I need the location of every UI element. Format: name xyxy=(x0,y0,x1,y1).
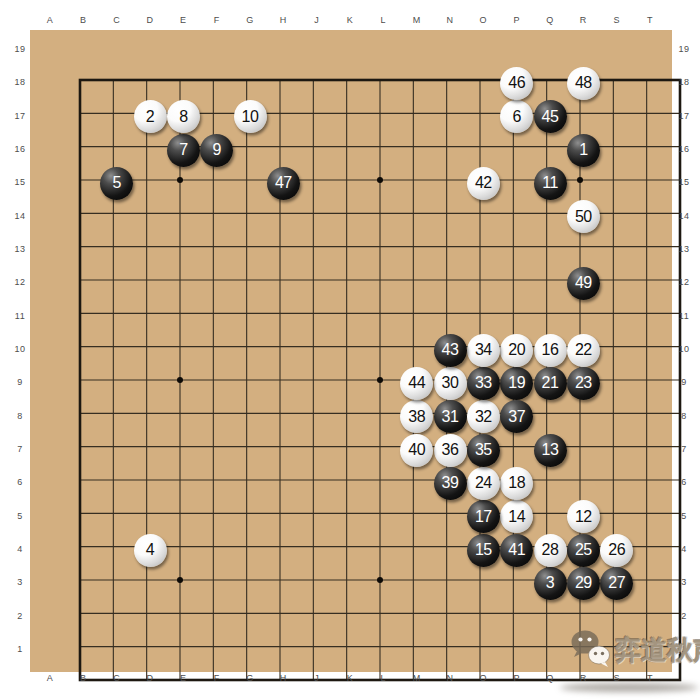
stone-black-5-C15: 5 xyxy=(100,167,133,200)
column-label-K: K xyxy=(335,15,365,26)
star-point xyxy=(177,177,183,183)
row-label-11: 11 xyxy=(5,311,35,322)
row-label-14: 14 xyxy=(669,211,699,222)
stone-black-35-O7: 35 xyxy=(467,434,500,467)
move-number: 46 xyxy=(508,74,525,92)
row-label-2: 2 xyxy=(669,611,699,622)
stone-black-33-O9: 33 xyxy=(467,367,500,400)
move-number: 4 xyxy=(146,541,154,559)
stone-black-1-R16: 1 xyxy=(567,134,600,167)
column-label-Q: Q xyxy=(535,15,565,26)
move-number: 16 xyxy=(542,341,559,359)
row-label-17: 17 xyxy=(5,111,35,122)
star-point xyxy=(377,177,383,183)
move-number: 21 xyxy=(542,374,559,392)
move-number: 28 xyxy=(542,541,559,559)
star-point xyxy=(377,577,383,583)
stone-white-2-D17: 2 xyxy=(134,100,167,133)
row-label-11: 11 xyxy=(669,311,699,322)
row-label-4: 4 xyxy=(669,544,699,555)
move-number: 13 xyxy=(542,441,559,459)
row-label-5: 5 xyxy=(5,511,35,522)
move-number: 31 xyxy=(442,407,459,425)
move-number: 36 xyxy=(442,441,459,459)
column-label-H: H xyxy=(268,673,298,684)
move-number: 22 xyxy=(575,341,592,359)
stone-black-9-F16: 9 xyxy=(200,134,233,167)
move-number: 29 xyxy=(575,574,592,592)
stone-black-41-P4: 41 xyxy=(500,534,533,567)
stone-white-50-R14: 50 xyxy=(567,200,600,233)
column-label-D: D xyxy=(135,15,165,26)
stone-white-12-R5: 12 xyxy=(567,500,600,533)
row-label-2: 2 xyxy=(5,611,35,622)
move-number: 44 xyxy=(408,374,425,392)
row-label-15: 15 xyxy=(5,177,35,188)
column-label-D: D xyxy=(135,673,165,684)
stone-black-29-R3: 29 xyxy=(567,567,600,600)
stone-white-22-R10: 22 xyxy=(567,334,600,367)
stone-black-13-Q7: 13 xyxy=(534,434,567,467)
move-number: 15 xyxy=(475,541,492,559)
row-label-3: 3 xyxy=(669,577,699,588)
stone-white-16-Q10: 16 xyxy=(534,334,567,367)
column-label-J: J xyxy=(302,15,332,26)
column-label-F: F xyxy=(202,673,232,684)
move-number: 20 xyxy=(508,341,525,359)
column-label-K: K xyxy=(335,673,365,684)
stone-black-19-P9: 19 xyxy=(500,367,533,400)
row-label-5: 5 xyxy=(669,511,699,522)
stone-white-24-O6: 24 xyxy=(467,467,500,500)
stone-white-26-S4: 26 xyxy=(600,534,633,567)
stone-black-45-Q17: 45 xyxy=(534,100,567,133)
row-label-10: 10 xyxy=(5,344,35,355)
column-label-L: L xyxy=(368,673,398,684)
row-label-3: 3 xyxy=(5,577,35,588)
move-number: 48 xyxy=(575,74,592,92)
move-number: 5 xyxy=(112,174,120,192)
row-label-17: 17 xyxy=(669,111,699,122)
move-number: 11 xyxy=(542,174,558,192)
row-label-9: 9 xyxy=(669,377,699,388)
move-number: 45 xyxy=(542,107,559,125)
stone-white-42-O15: 42 xyxy=(467,167,500,200)
stone-black-23-R9: 23 xyxy=(567,367,600,400)
move-number: 12 xyxy=(575,507,592,525)
row-label-14: 14 xyxy=(5,211,35,222)
stone-white-8-E17: 8 xyxy=(167,100,200,133)
move-number: 32 xyxy=(475,407,492,425)
column-label-J: J xyxy=(302,673,332,684)
column-label-H: H xyxy=(268,15,298,26)
watermark-shadow xyxy=(560,683,698,692)
row-label-18: 18 xyxy=(5,77,35,88)
column-label-A: A xyxy=(35,15,65,26)
row-label-9: 9 xyxy=(5,377,35,388)
stone-white-46-P18: 46 xyxy=(500,67,533,100)
move-number: 2 xyxy=(146,107,154,125)
column-label-P: P xyxy=(502,673,532,684)
column-label-S: S xyxy=(602,15,632,26)
stone-black-43-N10: 43 xyxy=(434,334,467,367)
row-label-13: 13 xyxy=(669,244,699,255)
row-label-16: 16 xyxy=(669,144,699,155)
stone-white-34-O10: 34 xyxy=(467,334,500,367)
row-label-7: 7 xyxy=(669,444,699,455)
stone-white-18-P6: 18 xyxy=(500,467,533,500)
stone-white-40-M7: 40 xyxy=(400,434,433,467)
move-number: 49 xyxy=(575,274,592,292)
move-number: 37 xyxy=(508,407,525,425)
move-number: 24 xyxy=(475,474,492,492)
row-label-15: 15 xyxy=(669,177,699,188)
stone-black-47-H15: 47 xyxy=(267,167,300,200)
column-label-Q: Q xyxy=(535,673,565,684)
column-label-N: N xyxy=(435,673,465,684)
go-diagram: ABCDEFGHJKLMNOPQRST ABCDEFGHJKLMNOPQRST … xyxy=(0,0,700,700)
column-label-A: A xyxy=(35,673,65,684)
row-label-6: 6 xyxy=(5,477,35,488)
star-point xyxy=(377,377,383,383)
move-number: 27 xyxy=(608,574,625,592)
stone-black-39-N6: 39 xyxy=(434,467,467,500)
move-number: 19 xyxy=(508,374,525,392)
move-number: 26 xyxy=(608,541,625,559)
move-number: 3 xyxy=(546,574,554,592)
star-point xyxy=(177,377,183,383)
row-label-6: 6 xyxy=(669,477,699,488)
column-label-M: M xyxy=(402,15,432,26)
column-label-F: F xyxy=(202,15,232,26)
stone-white-36-N7: 36 xyxy=(434,434,467,467)
column-label-R: R xyxy=(568,673,598,684)
stone-white-32-O8: 32 xyxy=(467,400,500,433)
column-label-L: L xyxy=(368,15,398,26)
row-label-12: 12 xyxy=(669,277,699,288)
row-label-1: 1 xyxy=(5,644,35,655)
move-number: 1 xyxy=(579,141,587,159)
column-label-N: N xyxy=(435,15,465,26)
stone-black-25-R4: 25 xyxy=(567,534,600,567)
star-point xyxy=(577,177,583,183)
column-label-T: T xyxy=(635,15,665,26)
stone-black-15-O4: 15 xyxy=(467,534,500,567)
move-number: 14 xyxy=(508,507,525,525)
move-number: 50 xyxy=(575,207,592,225)
stone-white-28-Q4: 28 xyxy=(534,534,567,567)
move-number: 35 xyxy=(475,441,492,459)
column-label-O: O xyxy=(468,673,498,684)
column-label-C: C xyxy=(102,15,132,26)
move-number: 39 xyxy=(442,474,459,492)
column-label-G: G xyxy=(235,673,265,684)
stone-white-30-N9: 30 xyxy=(434,367,467,400)
stone-black-11-Q15: 11 xyxy=(534,167,567,200)
row-label-7: 7 xyxy=(5,444,35,455)
row-label-8: 8 xyxy=(669,411,699,422)
row-label-19: 19 xyxy=(5,44,35,55)
column-label-R: R xyxy=(568,15,598,26)
row-label-13: 13 xyxy=(5,244,35,255)
row-label-10: 10 xyxy=(669,344,699,355)
move-number: 17 xyxy=(475,507,492,525)
row-label-19: 19 xyxy=(669,44,699,55)
move-number: 40 xyxy=(408,441,425,459)
move-number: 41 xyxy=(508,541,525,559)
column-label-G: G xyxy=(235,15,265,26)
column-label-O: O xyxy=(468,15,498,26)
stone-white-20-P10: 20 xyxy=(500,334,533,367)
move-number: 6 xyxy=(512,107,520,125)
move-number: 7 xyxy=(179,141,187,159)
column-label-C: C xyxy=(102,673,132,684)
column-label-E: E xyxy=(168,673,198,684)
row-label-12: 12 xyxy=(5,277,35,288)
column-label-B: B xyxy=(68,673,98,684)
column-label-M: M xyxy=(402,673,432,684)
move-number: 42 xyxy=(475,174,492,192)
stone-black-17-O5: 17 xyxy=(467,500,500,533)
move-number: 33 xyxy=(475,374,492,392)
stone-black-27-S3: 27 xyxy=(600,567,633,600)
move-number: 9 xyxy=(212,141,220,159)
row-label-4: 4 xyxy=(5,544,35,555)
move-number: 25 xyxy=(575,541,592,559)
stone-white-44-M9: 44 xyxy=(400,367,433,400)
move-number: 30 xyxy=(442,374,459,392)
column-label-E: E xyxy=(168,15,198,26)
move-number: 38 xyxy=(408,407,425,425)
move-number: 23 xyxy=(575,374,592,392)
stone-black-21-Q9: 21 xyxy=(534,367,567,400)
stone-white-48-R18: 48 xyxy=(567,67,600,100)
stone-black-49-R12: 49 xyxy=(567,267,600,300)
row-label-1: 1 xyxy=(669,644,699,655)
stone-white-4-D4: 4 xyxy=(134,534,167,567)
column-label-P: P xyxy=(502,15,532,26)
column-label-B: B xyxy=(68,15,98,26)
star-point xyxy=(177,577,183,583)
move-number: 18 xyxy=(508,474,525,492)
stone-black-7-E16: 7 xyxy=(167,134,200,167)
move-number: 34 xyxy=(475,341,492,359)
row-label-16: 16 xyxy=(5,144,35,155)
move-number: 10 xyxy=(242,107,259,125)
row-label-18: 18 xyxy=(669,77,699,88)
move-number: 43 xyxy=(442,341,459,359)
move-number: 47 xyxy=(275,174,292,192)
move-number: 8 xyxy=(179,107,187,125)
stone-white-10-G17: 10 xyxy=(234,100,267,133)
stone-black-3-Q3: 3 xyxy=(534,567,567,600)
row-label-8: 8 xyxy=(5,411,35,422)
stone-black-31-N8: 31 xyxy=(434,400,467,433)
